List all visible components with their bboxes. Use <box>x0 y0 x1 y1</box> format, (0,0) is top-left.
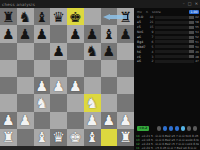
row-value: 50 <box>195 45 200 49</box>
nav-flip-button[interactable] <box>187 126 192 131</box>
white-n-piece: ♞ <box>36 96 49 110</box>
row-move: Nbd7 <box>137 45 148 49</box>
white-p-piece: ♟ <box>86 113 99 127</box>
square-d2[interactable] <box>50 112 67 129</box>
square-a7[interactable]: ♟ <box>0 25 17 42</box>
square-c5[interactable] <box>34 60 51 77</box>
nav-last-button[interactable] <box>181 126 186 131</box>
row-count: 2 <box>148 59 154 63</box>
square-d4[interactable]: ♟ <box>50 77 67 94</box>
white-q-piece: ♛ <box>52 130 65 144</box>
engine-lines: 14+0.21 5...O-O 6.Be2 e5 7.O-O Nc6 8.d51… <box>136 134 199 150</box>
square-h4[interactable] <box>117 77 134 94</box>
square-d5[interactable] <box>50 60 67 77</box>
row-move: e5 <box>137 20 148 24</box>
chess-board[interactable]: ♜♞♝♛♚♜♟♟♟♟♟♝♟♟♞♟♟♟♟♞♞♟♟♟♟♟♜♝♛♚♝♜ <box>0 8 134 146</box>
square-a5[interactable] <box>0 60 17 77</box>
black-p-piece: ♟ <box>119 27 132 41</box>
col-move: mv <box>137 10 142 14</box>
white-b-piece: ♝ <box>36 130 49 144</box>
black-b-piece: ♝ <box>36 10 49 24</box>
white-p-piece: ♟ <box>119 113 132 127</box>
square-a1[interactable]: ♜ <box>0 129 17 146</box>
arrow-tail <box>110 15 127 19</box>
square-g2[interactable]: ♟ <box>101 112 118 129</box>
square-b1[interactable] <box>17 129 34 146</box>
square-b3[interactable] <box>17 94 34 111</box>
row-move: O-O <box>137 15 148 19</box>
black-r-piece: ♜ <box>2 10 15 24</box>
black-n-piece: ♞ <box>19 10 32 24</box>
arrow-head-icon <box>103 14 110 20</box>
row-move: h6 <box>137 50 148 54</box>
row-value: 51 <box>195 40 200 44</box>
white-p-piece: ♟ <box>19 113 32 127</box>
square-a2[interactable]: ♟ <box>0 112 17 129</box>
black-n-piece: ♞ <box>86 44 99 58</box>
black-p-piece: ♟ <box>86 27 99 41</box>
maximize-icon[interactable]: □ <box>188 2 192 6</box>
white-p-piece: ♟ <box>52 79 65 93</box>
black-p-piece: ♟ <box>52 44 65 58</box>
square-g4[interactable] <box>101 77 118 94</box>
black-p-piece: ♟ <box>36 27 49 41</box>
row-move: a6 <box>137 35 148 39</box>
engine-pv: +0.20 5...c5 6.d5 O-O 7.Be2 e6 8.O-O <box>141 146 196 150</box>
row-count: 6 <box>148 40 154 44</box>
nav-next-button[interactable] <box>175 126 180 131</box>
row-bar <box>155 55 194 58</box>
black-p-piece: ♟ <box>2 27 15 41</box>
square-g1[interactable] <box>101 129 118 146</box>
square-a6[interactable] <box>0 43 17 60</box>
white-k-piece: ♚ <box>69 130 82 144</box>
row-bar <box>155 40 194 43</box>
col-n: n <box>146 10 148 14</box>
square-a4[interactable] <box>0 77 17 94</box>
row-bar <box>155 50 194 53</box>
window-title: chess analysis <box>0 2 35 7</box>
square-b2[interactable]: ♟ <box>17 112 34 129</box>
square-e6[interactable] <box>67 43 84 60</box>
row-move: Bg4 <box>137 40 148 44</box>
square-c4[interactable]: ♟ <box>34 77 51 94</box>
row-value: 48 <box>195 55 200 59</box>
move-list: O-O4462e52158c51555Nc6954a6752Bg4651Nbd7… <box>134 15 200 64</box>
white-p-piece: ♟ <box>103 113 116 127</box>
white-b-piece: ♝ <box>86 130 99 144</box>
black-b-piece: ♝ <box>103 27 116 41</box>
square-c6[interactable] <box>34 43 51 60</box>
white-r-piece: ♜ <box>119 130 132 144</box>
square-e2[interactable] <box>67 112 84 129</box>
row-count: 44 <box>148 15 154 19</box>
row-bar <box>155 26 194 29</box>
square-h7[interactable]: ♟ <box>117 25 134 42</box>
white-p-piece: ♟ <box>2 113 15 127</box>
row-count: 5 <box>148 45 154 49</box>
title-bar: chess analysis – □ ✕ <box>0 0 200 8</box>
square-c7[interactable]: ♟ <box>34 25 51 42</box>
white-p-piece: ♟ <box>36 79 49 93</box>
square-d1[interactable]: ♛ <box>50 129 67 146</box>
square-f3[interactable]: ♞ <box>84 94 101 111</box>
square-h1[interactable]: ♜ <box>117 129 134 146</box>
square-c8[interactable]: ♝ <box>34 8 51 25</box>
square-e4[interactable]: ♟ <box>67 77 84 94</box>
nav-play-button[interactable] <box>169 126 174 131</box>
minimize-icon[interactable]: – <box>183 2 185 6</box>
square-f5[interactable] <box>84 60 101 77</box>
analysis-header: mv n score 1.00 <box>134 8 200 15</box>
engine-depth: 11 <box>136 146 140 150</box>
row-move: c5 <box>137 25 148 29</box>
square-h5[interactable] <box>117 60 134 77</box>
eval-badge: +0.2 <box>137 126 149 131</box>
nav-settings-button[interactable] <box>193 126 198 131</box>
row-move: c6 <box>137 55 148 59</box>
close-icon[interactable]: ✕ <box>195 2 198 6</box>
nav-prev-button[interactable] <box>163 126 168 131</box>
square-b5[interactable] <box>17 60 34 77</box>
square-f1[interactable]: ♝ <box>84 129 101 146</box>
black-k-piece: ♚ <box>69 10 82 24</box>
square-g3[interactable] <box>101 94 118 111</box>
white-r-piece: ♜ <box>2 130 15 144</box>
row-value: 47 <box>195 59 200 63</box>
row-count: 15 <box>148 25 154 29</box>
row-value: 62 <box>195 15 200 19</box>
row-count: 7 <box>148 35 154 39</box>
square-e7[interactable]: ♟ <box>67 25 84 42</box>
square-h2[interactable]: ♟ <box>117 112 134 129</box>
score-chip[interactable]: 1.00 <box>189 10 199 15</box>
black-q-piece: ♛ <box>52 10 65 24</box>
black-p-piece: ♟ <box>103 44 116 58</box>
square-b7[interactable]: ♟ <box>17 25 34 42</box>
black-p-piece: ♟ <box>19 27 32 41</box>
black-p-piece: ♟ <box>69 27 82 41</box>
square-c1[interactable]: ♝ <box>34 129 51 146</box>
square-f2[interactable]: ♟ <box>84 112 101 129</box>
square-e3[interactable] <box>67 94 84 111</box>
square-e8[interactable]: ♚ <box>67 8 84 25</box>
row-value: 49 <box>195 50 200 54</box>
square-a3[interactable] <box>0 94 17 111</box>
row-count: 3 <box>148 55 154 59</box>
square-b6[interactable] <box>17 43 34 60</box>
move-arrow <box>103 14 127 20</box>
square-h6[interactable] <box>117 43 134 60</box>
row-value: 55 <box>195 25 200 29</box>
nav-buttons <box>157 126 200 131</box>
engine-line: 11+0.20 5...c5 6.d5 O-O 7.Be2 e6 8.O-O <box>136 146 199 150</box>
row-count: 9 <box>148 30 154 34</box>
board-bottom-edge <box>0 146 134 150</box>
row-move: e6 <box>137 59 148 63</box>
square-d3[interactable] <box>50 94 67 111</box>
square-g6[interactable]: ♟ <box>101 43 118 60</box>
white-p-piece: ♟ <box>69 79 82 93</box>
row-count: 21 <box>148 20 154 24</box>
row-bar <box>155 21 194 24</box>
square-g5[interactable] <box>101 60 118 77</box>
square-c3[interactable]: ♞ <box>34 94 51 111</box>
window-controls: – □ ✕ <box>183 2 200 6</box>
square-d6[interactable]: ♟ <box>50 43 67 60</box>
row-bar <box>155 36 194 39</box>
row-value: 52 <box>195 35 200 39</box>
col-score: score <box>152 10 161 14</box>
square-a8[interactable]: ♜ <box>0 8 17 25</box>
square-c2[interactable] <box>34 112 51 129</box>
square-h3[interactable] <box>117 94 134 111</box>
row-value: 54 <box>195 30 200 34</box>
row-value: 58 <box>195 20 200 24</box>
square-f6[interactable]: ♞ <box>84 43 101 60</box>
square-e5[interactable] <box>67 60 84 77</box>
row-bar <box>155 31 194 34</box>
square-f4[interactable] <box>84 77 101 94</box>
square-d8[interactable]: ♛ <box>50 8 67 25</box>
square-b4[interactable] <box>17 77 34 94</box>
row-bar <box>155 60 194 63</box>
row-count: 4 <box>148 50 154 54</box>
control-row: +0.2 <box>137 125 199 132</box>
analysis-row[interactable]: e6247 <box>137 59 200 64</box>
square-f8[interactable] <box>84 8 101 25</box>
square-e1[interactable]: ♚ <box>67 129 84 146</box>
square-b8[interactable]: ♞ <box>17 8 34 25</box>
square-g7[interactable]: ♝ <box>101 25 118 42</box>
row-bar <box>155 16 194 19</box>
nav-first-button[interactable] <box>157 126 162 131</box>
square-d7[interactable] <box>50 25 67 42</box>
row-bar <box>155 45 194 48</box>
white-n-piece: ♞ <box>86 96 99 110</box>
row-move: Nc6 <box>137 30 148 34</box>
square-f7[interactable]: ♟ <box>84 25 101 42</box>
